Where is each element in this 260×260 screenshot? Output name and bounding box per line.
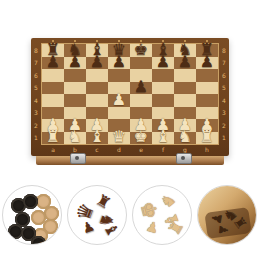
square-f4 bbox=[152, 94, 174, 107]
black-checker-piece bbox=[31, 236, 46, 245]
square-h6 bbox=[196, 69, 218, 82]
thumb-dark-pieces: ♛♜♞♟♝ bbox=[67, 185, 127, 245]
black-piece: ♟ bbox=[130, 79, 152, 95]
square-g4 bbox=[174, 94, 196, 107]
border-inlay-dots bbox=[42, 39, 218, 43]
black-piece: ♟ bbox=[152, 54, 174, 70]
square-b6 bbox=[64, 69, 86, 82]
square-a8: ♜ bbox=[42, 44, 64, 57]
loose-chess-piece: ♟ bbox=[144, 219, 160, 236]
square-d7: ♟ bbox=[108, 57, 130, 70]
white-piece: ♟ bbox=[42, 117, 64, 133]
thumb-light-pieces: ♚♞♝♟♜ bbox=[132, 185, 192, 245]
square-e7 bbox=[130, 57, 152, 70]
square-f8: ♝ bbox=[152, 44, 174, 57]
square-g6 bbox=[174, 69, 196, 82]
square-c3 bbox=[86, 107, 108, 120]
square-f7: ♟ bbox=[152, 57, 174, 70]
square-h8: ♜ bbox=[196, 44, 218, 57]
square-f5 bbox=[152, 82, 174, 95]
square-f1: ♝ bbox=[152, 132, 174, 145]
square-b4 bbox=[64, 94, 86, 107]
square-h1: ♜ bbox=[196, 132, 218, 145]
black-piece: ♟ bbox=[86, 54, 108, 70]
square-f3 bbox=[152, 107, 174, 120]
square-d8: ♛ bbox=[108, 44, 130, 57]
square-c4 bbox=[86, 94, 108, 107]
latch-left-icon bbox=[70, 153, 86, 164]
white-piece: ♟ bbox=[196, 117, 218, 133]
black-piece: ♝ bbox=[86, 42, 108, 58]
loose-chess-piece: ♜ bbox=[166, 218, 187, 238]
square-b5 bbox=[64, 82, 86, 95]
black-piece: ♞ bbox=[64, 42, 86, 58]
white-piece: ♟ bbox=[86, 117, 108, 133]
square-c7: ♟ bbox=[86, 57, 108, 70]
white-piece: ♞ bbox=[64, 129, 86, 145]
white-piece: ♛ bbox=[108, 129, 130, 145]
white-piece: ♝ bbox=[86, 129, 108, 145]
square-g7: ♟ bbox=[174, 57, 196, 70]
black-piece: ♟ bbox=[108, 54, 130, 70]
square-d1: ♛ bbox=[108, 132, 130, 145]
square-b2: ♟ bbox=[64, 119, 86, 132]
rank-labels-left: 87654321 bbox=[31, 44, 41, 144]
chess-board: ♜♞♝♛♚♝♞♜♟♟♟♟♟♟♟♟♟♟♟♟♟♟♟♟♜♞♝♛♚♝♞♜ abcdefg… bbox=[31, 38, 229, 156]
white-piece: ♟ bbox=[130, 117, 152, 133]
thumb-checkers bbox=[2, 185, 62, 245]
square-a5 bbox=[42, 82, 64, 95]
board-squares: ♜♞♝♛♚♝♞♜♟♟♟♟♟♟♟♟♟♟♟♟♟♟♟♟♜♞♝♛♚♝♞♜ bbox=[42, 44, 218, 144]
square-g1: ♞ bbox=[174, 132, 196, 145]
product-photo: { "game": "chess", "scene": "wooden fold… bbox=[0, 0, 260, 260]
black-checker-piece bbox=[23, 194, 38, 209]
square-a1: ♜ bbox=[42, 132, 64, 145]
square-a7: ♟ bbox=[42, 57, 64, 70]
square-e2: ♟ bbox=[130, 119, 152, 132]
square-b1: ♞ bbox=[64, 132, 86, 145]
square-d4: ♟ bbox=[108, 94, 130, 107]
square-d5 bbox=[108, 82, 130, 95]
square-c6 bbox=[86, 69, 108, 82]
loose-chess-piece: ♟ bbox=[217, 224, 230, 236]
square-b8: ♞ bbox=[64, 44, 86, 57]
white-piece: ♟ bbox=[108, 92, 130, 108]
square-b7: ♟ bbox=[64, 57, 86, 70]
black-piece: ♞ bbox=[174, 42, 196, 58]
square-h3 bbox=[196, 107, 218, 120]
white-piece: ♝ bbox=[152, 129, 174, 145]
square-c1: ♝ bbox=[86, 132, 108, 145]
board-front-edge bbox=[36, 156, 224, 165]
square-h5 bbox=[196, 82, 218, 95]
square-e4 bbox=[130, 94, 152, 107]
square-c2: ♟ bbox=[86, 119, 108, 132]
square-e8: ♚ bbox=[130, 44, 152, 57]
square-f6 bbox=[152, 69, 174, 82]
rank-labels-right: 87654321 bbox=[219, 44, 229, 144]
black-piece: ♜ bbox=[196, 42, 218, 58]
square-e6 bbox=[130, 69, 152, 82]
white-piece: ♚ bbox=[130, 129, 152, 145]
square-g8: ♞ bbox=[174, 44, 196, 57]
black-piece: ♟ bbox=[42, 54, 64, 70]
latch-right-icon bbox=[176, 153, 192, 164]
white-piece: ♟ bbox=[174, 117, 196, 133]
black-piece: ♟ bbox=[174, 54, 196, 70]
black-piece: ♚ bbox=[130, 42, 152, 58]
square-g5 bbox=[174, 82, 196, 95]
square-a6 bbox=[42, 69, 64, 82]
black-piece: ♝ bbox=[152, 42, 174, 58]
square-e3 bbox=[130, 107, 152, 120]
square-a2: ♟ bbox=[42, 119, 64, 132]
square-d2 bbox=[108, 119, 130, 132]
square-a3 bbox=[42, 107, 64, 120]
square-a4 bbox=[42, 94, 64, 107]
square-c8: ♝ bbox=[86, 44, 108, 57]
square-e5: ♟ bbox=[130, 82, 152, 95]
square-d3 bbox=[108, 107, 130, 120]
square-h4 bbox=[196, 94, 218, 107]
black-piece: ♟ bbox=[64, 54, 86, 70]
white-piece: ♜ bbox=[196, 129, 218, 145]
black-piece: ♟ bbox=[196, 54, 218, 70]
square-d6 bbox=[108, 69, 130, 82]
white-piece: ♜ bbox=[42, 129, 64, 145]
black-piece: ♜ bbox=[42, 42, 64, 58]
square-g2: ♟ bbox=[174, 119, 196, 132]
square-b3 bbox=[64, 107, 86, 120]
white-piece: ♟ bbox=[152, 117, 174, 133]
square-f2: ♟ bbox=[152, 119, 174, 132]
white-piece: ♞ bbox=[174, 129, 196, 145]
square-h2: ♟ bbox=[196, 119, 218, 132]
white-piece: ♟ bbox=[64, 117, 86, 133]
square-c5 bbox=[86, 82, 108, 95]
thumb-storage: ♟♞♜♟ bbox=[197, 185, 257, 245]
black-piece: ♛ bbox=[108, 42, 130, 58]
square-h7: ♟ bbox=[196, 57, 218, 70]
square-e1: ♚ bbox=[130, 132, 152, 145]
square-g3 bbox=[174, 107, 196, 120]
